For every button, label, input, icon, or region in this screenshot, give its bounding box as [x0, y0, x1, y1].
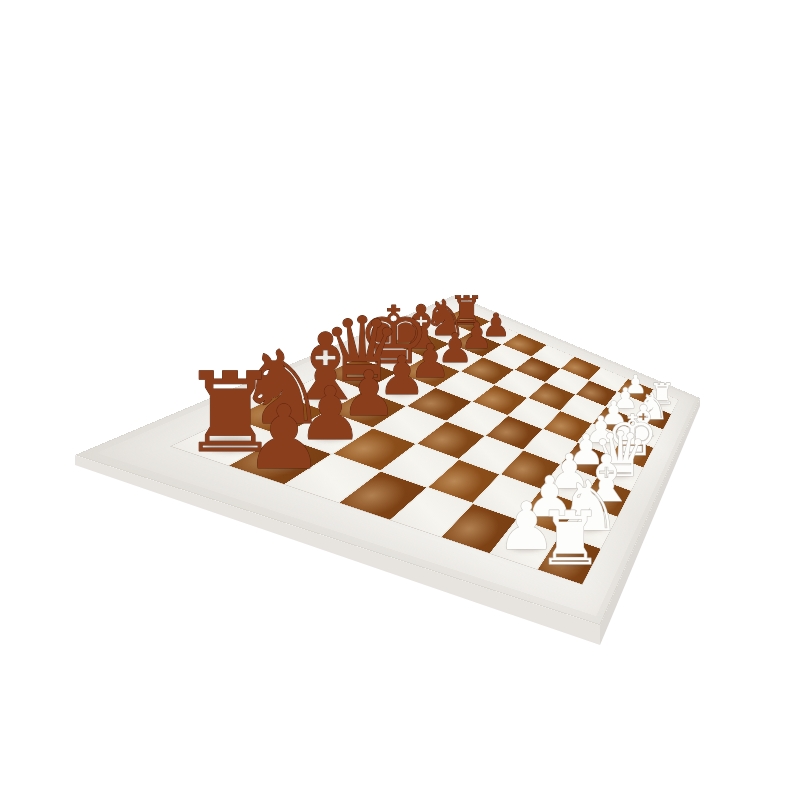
chess-set-product-photo: ♜♞♟♝♟♟♚♟♛♟♟♝♜♟♟♞♞♟♟♝♟♜♚♟♟♛♟♝♟♞♟♜ — [0, 0, 800, 800]
pieces-layer: ♜♞♟♝♟♟♚♟♛♟♟♝♜♟♟♞♞♟♟♝♟♜♚♟♟♛♟♝♟♞♟♜ — [0, 0, 800, 800]
piece-white-rook-a1[interactable]: ♜ — [537, 495, 603, 581]
piece-brown-pawn-a7[interactable]: ♟ — [245, 386, 324, 489]
